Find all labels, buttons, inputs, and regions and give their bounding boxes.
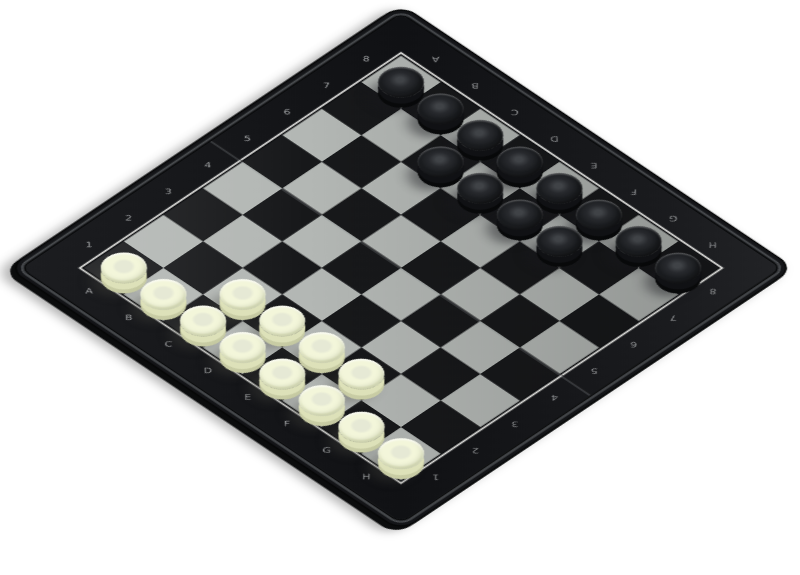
file-label-e-far: E xyxy=(591,161,598,170)
rank-label-2-near: 2 xyxy=(125,214,132,223)
file-label-b-far: B xyxy=(471,81,479,90)
black-checker-e7 xyxy=(497,200,543,231)
file-label-h-near: H xyxy=(362,473,370,482)
black-checker-f7 xyxy=(536,226,582,257)
white-checker-d2 xyxy=(259,306,305,337)
black-checker-c7 xyxy=(418,146,464,177)
rank-label-6-far: 6 xyxy=(630,340,637,349)
white-checker-c2 xyxy=(220,279,266,310)
file-label-a-far: A xyxy=(432,55,440,64)
white-checker-b1 xyxy=(140,279,186,310)
rank-label-8-far: 8 xyxy=(709,287,716,296)
white-checker-e2 xyxy=(299,332,345,363)
file-label-c-near: C xyxy=(165,340,173,349)
black-checker-e8 xyxy=(536,173,582,204)
rank-label-1-far: 1 xyxy=(432,473,439,482)
white-checker-f2 xyxy=(338,359,384,390)
board-playfield xyxy=(84,56,718,480)
file-label-g-far: G xyxy=(669,214,678,223)
file-label-h-far: H xyxy=(709,240,717,249)
rank-label-3-far: 3 xyxy=(511,420,518,429)
rank-label-5-near: 5 xyxy=(244,134,251,143)
board-frame: AA11BB22CC33DD44EE55FF66GG77HH88 xyxy=(22,14,780,522)
rank-label-7-far: 7 xyxy=(670,313,677,322)
file-label-b-near: B xyxy=(125,313,133,322)
rank-label-8-near: 8 xyxy=(363,55,370,64)
file-label-f-near: F xyxy=(284,420,290,429)
file-label-f-far: F xyxy=(630,187,636,196)
rank-label-7-near: 7 xyxy=(323,81,330,90)
photo-scene: AA11BB22CC33DD44EE55FF66GG77HH88 xyxy=(0,0,800,575)
rank-label-4-near: 4 xyxy=(204,161,211,170)
rank-label-1-near: 1 xyxy=(86,240,93,249)
file-label-g-near: G xyxy=(322,446,331,455)
black-checker-b8 xyxy=(418,93,464,124)
rank-label-4-far: 4 xyxy=(551,393,558,402)
rank-label-2-far: 2 xyxy=(472,446,479,455)
checkers-board: AA11BB22CC33DD44EE55FF66GG77HH88 xyxy=(22,14,780,522)
white-checker-h1 xyxy=(378,438,424,469)
file-label-c-far: C xyxy=(511,108,519,117)
file-label-a-near: A xyxy=(85,287,93,296)
white-checker-c1 xyxy=(180,306,226,337)
white-checker-f1 xyxy=(299,385,345,416)
file-label-d-far: D xyxy=(550,134,558,143)
file-label-e-near: E xyxy=(244,393,251,402)
black-checker-c8 xyxy=(457,120,503,151)
black-checker-d7 xyxy=(457,173,503,204)
black-checker-f8 xyxy=(576,200,622,231)
black-checker-d8 xyxy=(497,146,543,177)
black-checker-a8 xyxy=(378,67,424,98)
rank-label-6-near: 6 xyxy=(284,108,291,117)
white-checker-a1 xyxy=(101,253,147,284)
white-checker-g1 xyxy=(338,412,384,443)
black-checker-h8 xyxy=(655,253,701,284)
white-checker-e1 xyxy=(259,359,305,390)
black-checker-g8 xyxy=(616,226,662,257)
rank-label-3-near: 3 xyxy=(165,187,172,196)
file-label-d-near: D xyxy=(204,366,212,375)
white-checker-d1 xyxy=(220,332,266,363)
rank-label-5-far: 5 xyxy=(591,366,598,375)
